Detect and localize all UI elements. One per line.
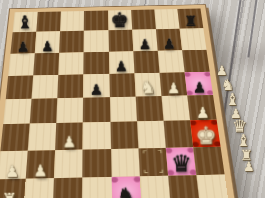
square-e7[interactable]: [108, 30, 133, 52]
square-b7[interactable]: ♟: [35, 31, 60, 53]
square-a6[interactable]: [8, 53, 35, 76]
square-d1[interactable]: [82, 177, 111, 198]
black-king[interactable]: ♚: [110, 9, 129, 30]
square-b8[interactable]: [36, 11, 61, 31]
square-e4[interactable]: [109, 97, 136, 122]
square-g6[interactable]: [157, 50, 184, 73]
square-f7[interactable]: ♟: [132, 29, 158, 51]
square-b4[interactable]: [30, 98, 58, 124]
square-f1[interactable]: [139, 176, 170, 198]
square-d2[interactable]: [83, 149, 111, 178]
square-d7[interactable]: [84, 30, 108, 52]
square-f3[interactable]: [137, 121, 166, 148]
square-h1[interactable]: [196, 174, 229, 198]
square-b1[interactable]: [24, 178, 55, 198]
square-c3[interactable]: ♟: [55, 123, 83, 150]
square-g3[interactable]: [163, 120, 193, 147]
square-f8[interactable]: [131, 9, 156, 29]
square-d5[interactable]: ♟: [83, 74, 109, 98]
square-c4[interactable]: [57, 98, 84, 123]
square-d3[interactable]: [83, 122, 111, 149]
move-target-marker: ⌞: [142, 165, 148, 174]
square-f5[interactable]: ♞: [134, 73, 161, 97]
black-pawn[interactable]: ♟: [163, 36, 176, 50]
white-pawn[interactable]: ♟: [196, 105, 210, 120]
square-a4[interactable]: [3, 99, 31, 125]
square-h2[interactable]: [193, 146, 225, 175]
square-d6[interactable]: [84, 51, 109, 74]
black-pawn[interactable]: ♟: [16, 39, 29, 53]
square-a5[interactable]: [6, 75, 34, 99]
square-c1[interactable]: [53, 177, 83, 198]
square-a3[interactable]: [0, 124, 29, 151]
move-target-marker: ⌝: [157, 149, 163, 158]
table-plank-seam: [247, 0, 258, 58]
captured-white-pawn: ♟: [243, 160, 255, 173]
square-g1[interactable]: [168, 175, 200, 198]
black-knight[interactable]: ♞: [117, 186, 136, 198]
square-e1[interactable]: ♞: [111, 176, 141, 198]
square-b3[interactable]: [28, 123, 57, 150]
square-d4[interactable]: [83, 97, 110, 122]
square-h5[interactable]: ♟: [184, 72, 213, 96]
square-f4[interactable]: [135, 96, 163, 121]
square-c7[interactable]: [59, 31, 84, 53]
black-pawn[interactable]: ♟: [115, 59, 128, 73]
black-pawn[interactable]: ♟: [193, 81, 206, 96]
black-queen[interactable]: ♛: [171, 152, 192, 176]
black-pawn[interactable]: ♟: [41, 39, 54, 53]
white-pawn[interactable]: ♟: [167, 81, 180, 96]
square-c2[interactable]: [54, 149, 83, 178]
white-pawn[interactable]: ♟: [33, 162, 48, 178]
square-d8[interactable]: [84, 10, 108, 30]
square-a1[interactable]: ♜: [0, 178, 26, 198]
square-b6[interactable]: [33, 52, 59, 75]
square-e2[interactable]: [110, 148, 139, 177]
square-a2[interactable]: ♟: [0, 150, 28, 179]
square-h7[interactable]: [180, 28, 207, 50]
square-a7[interactable]: ♟: [10, 32, 36, 54]
white-pawn[interactable]: ♟: [62, 134, 76, 150]
move-target-marker: ⌜: [142, 150, 148, 159]
square-g5[interactable]: ♟: [159, 72, 187, 96]
square-f2[interactable]: ⌜⌝⌞⌟: [138, 147, 168, 176]
square-h4[interactable]: ♟: [187, 95, 217, 120]
square-f6[interactable]: [133, 50, 159, 73]
square-e6[interactable]: ♟: [108, 51, 134, 74]
square-e3[interactable]: [110, 122, 138, 149]
square-g4[interactable]: [161, 96, 190, 121]
square-c8[interactable]: [60, 11, 84, 31]
square-a8[interactable]: ♝: [13, 12, 38, 32]
chess-board: ♝♚♜♟♟♟♟♟♟♞♟♟♟♟♚♟♟⌜⌝⌞⌟♛♜♞: [0, 5, 236, 198]
white-pawn[interactable]: ♟: [4, 163, 19, 179]
square-c5[interactable]: [58, 74, 84, 98]
square-e8[interactable]: ♚: [108, 10, 132, 30]
square-h6[interactable]: [182, 49, 210, 72]
move-target-marker: ⌟: [158, 164, 164, 173]
square-b2[interactable]: ♟: [26, 150, 56, 179]
white-knight[interactable]: ♞: [140, 78, 156, 96]
white-rook[interactable]: ♜: [1, 191, 17, 198]
white-king[interactable]: ♚: [196, 123, 218, 147]
black-bishop[interactable]: ♝: [16, 14, 32, 32]
square-g2[interactable]: ♛: [165, 147, 196, 176]
black-rook[interactable]: ♜: [185, 14, 198, 29]
square-e5[interactable]: [109, 73, 135, 97]
square-b5[interactable]: [32, 75, 59, 99]
square-g8[interactable]: [154, 9, 180, 29]
table-surface: ♝♚♜♟♟♟♟♟♟♞♟♟♟♟♚♟♟⌜⌝⌞⌟♛♜♞ ♟♞♝♟♛♝♜♟: [0, 0, 265, 198]
square-h8[interactable]: ♜: [177, 8, 203, 28]
square-c6[interactable]: [59, 52, 84, 75]
square-g7[interactable]: ♟: [156, 29, 182, 51]
black-pawn[interactable]: ♟: [90, 83, 103, 98]
board-grid: ♝♚♜♟♟♟♟♟♟♞♟♟♟♟♚♟♟⌜⌝⌞⌟♛♜♞: [0, 8, 229, 198]
square-h3[interactable]: ♚: [190, 120, 221, 147]
black-pawn[interactable]: ♟: [139, 37, 152, 51]
